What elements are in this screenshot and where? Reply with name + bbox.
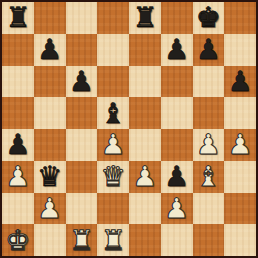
white-queen[interactable]: ♛ [101,161,126,192]
black-pawn[interactable]: ♟ [5,129,30,160]
chessboard-frame: ♜♜♚♟♟♟♟♟♝♟♟♟♟♟♛♛♟♟♝♟♟♚♜♜ [0,0,258,258]
square-a6[interactable] [2,66,34,98]
square-c3[interactable] [66,161,98,193]
square-f4[interactable] [161,129,193,161]
square-f2[interactable]: ♟ [161,193,193,225]
square-a1[interactable]: ♚ [2,224,34,256]
black-bishop[interactable]: ♝ [101,98,126,129]
square-a4[interactable]: ♟ [2,129,34,161]
square-h2[interactable] [224,193,256,225]
square-h7[interactable] [224,34,256,66]
square-g7[interactable]: ♟ [193,34,225,66]
white-pawn[interactable]: ♟ [196,129,221,160]
square-a8[interactable]: ♜ [2,2,34,34]
square-b4[interactable] [34,129,66,161]
square-h8[interactable] [224,2,256,34]
square-c5[interactable] [66,97,98,129]
square-d8[interactable] [97,2,129,34]
square-g3[interactable]: ♝ [193,161,225,193]
white-rook[interactable]: ♜ [69,225,94,256]
black-pawn[interactable]: ♟ [164,161,189,192]
white-pawn[interactable]: ♟ [164,193,189,224]
square-c2[interactable] [66,193,98,225]
black-rook[interactable]: ♜ [5,2,30,33]
white-pawn[interactable]: ♟ [132,161,157,192]
square-e3[interactable]: ♟ [129,161,161,193]
square-d2[interactable] [97,193,129,225]
white-bishop[interactable]: ♝ [196,161,221,192]
square-c1[interactable]: ♜ [66,224,98,256]
square-h5[interactable] [224,97,256,129]
square-c6[interactable]: ♟ [66,66,98,98]
chessboard: ♜♜♚♟♟♟♟♟♝♟♟♟♟♟♛♛♟♟♝♟♟♚♜♜ [2,2,256,256]
square-g8[interactable]: ♚ [193,2,225,34]
black-pawn[interactable]: ♟ [196,34,221,65]
square-f3[interactable]: ♟ [161,161,193,193]
square-g6[interactable] [193,66,225,98]
square-b5[interactable] [34,97,66,129]
square-b1[interactable] [34,224,66,256]
square-h6[interactable]: ♟ [224,66,256,98]
square-b7[interactable]: ♟ [34,34,66,66]
square-a5[interactable] [2,97,34,129]
square-c7[interactable] [66,34,98,66]
square-d7[interactable] [97,34,129,66]
white-pawn[interactable]: ♟ [228,129,253,160]
square-c8[interactable] [66,2,98,34]
square-f5[interactable] [161,97,193,129]
square-a2[interactable] [2,193,34,225]
black-king[interactable]: ♚ [196,2,221,33]
white-pawn[interactable]: ♟ [5,161,30,192]
square-c4[interactable] [66,129,98,161]
square-f8[interactable] [161,2,193,34]
square-b8[interactable] [34,2,66,34]
square-g5[interactable] [193,97,225,129]
square-g4[interactable]: ♟ [193,129,225,161]
square-f1[interactable] [161,224,193,256]
square-d3[interactable]: ♛ [97,161,129,193]
square-e1[interactable] [129,224,161,256]
square-d5[interactable]: ♝ [97,97,129,129]
square-e7[interactable] [129,34,161,66]
square-e8[interactable]: ♜ [129,2,161,34]
square-d4[interactable]: ♟ [97,129,129,161]
square-b2[interactable]: ♟ [34,193,66,225]
black-rook[interactable]: ♜ [132,2,157,33]
black-pawn[interactable]: ♟ [164,34,189,65]
white-pawn[interactable]: ♟ [37,193,62,224]
white-king[interactable]: ♚ [5,225,30,256]
square-g1[interactable] [193,224,225,256]
square-h1[interactable] [224,224,256,256]
square-b3[interactable]: ♛ [34,161,66,193]
white-pawn[interactable]: ♟ [101,129,126,160]
square-d1[interactable]: ♜ [97,224,129,256]
black-queen[interactable]: ♛ [37,161,62,192]
black-pawn[interactable]: ♟ [69,66,94,97]
square-g2[interactable] [193,193,225,225]
square-f6[interactable] [161,66,193,98]
square-e5[interactable] [129,97,161,129]
white-rook[interactable]: ♜ [101,225,126,256]
square-b6[interactable] [34,66,66,98]
square-e4[interactable] [129,129,161,161]
black-pawn[interactable]: ♟ [37,34,62,65]
square-e2[interactable] [129,193,161,225]
square-f7[interactable]: ♟ [161,34,193,66]
square-h3[interactable] [224,161,256,193]
square-d6[interactable] [97,66,129,98]
square-a3[interactable]: ♟ [2,161,34,193]
square-h4[interactable]: ♟ [224,129,256,161]
square-a7[interactable] [2,34,34,66]
black-pawn[interactable]: ♟ [228,66,253,97]
square-e6[interactable] [129,66,161,98]
